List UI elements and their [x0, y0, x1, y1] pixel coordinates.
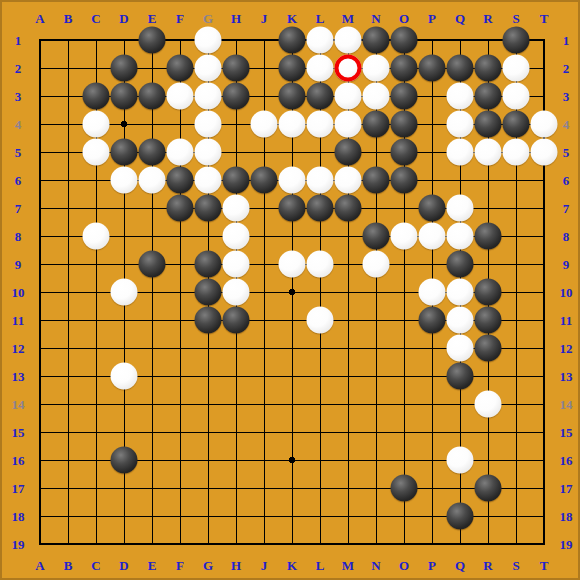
coord-label-right-2: 2	[563, 62, 570, 75]
white-stone-S3	[503, 83, 530, 110]
black-stone-P11	[419, 307, 446, 334]
coord-label-left-1: 1	[15, 34, 22, 47]
coord-label-right-6: 6	[563, 174, 570, 187]
coord-label-bottom-E: E	[148, 559, 157, 572]
white-stone-Q16	[447, 447, 474, 474]
coord-label-left-19: 19	[12, 538, 25, 551]
black-stone-N4	[363, 111, 390, 138]
coord-label-left-8: 8	[15, 230, 22, 243]
go-board: ABCDEFGHJKLMNOPQRSTABCDEFGHJKLMNOPQRST12…	[0, 0, 580, 580]
white-stone-L1	[307, 27, 334, 54]
white-stone-H10	[223, 279, 250, 306]
black-stone-R12	[475, 335, 502, 362]
coord-label-bottom-Q: Q	[455, 559, 465, 572]
coord-label-top-N: N	[371, 12, 380, 25]
black-stone-K2	[279, 55, 306, 82]
coord-label-top-H: H	[231, 12, 241, 25]
white-stone-P8	[419, 223, 446, 250]
white-stone-P10	[419, 279, 446, 306]
coord-label-right-8: 8	[563, 230, 570, 243]
white-stone-N9	[363, 251, 390, 278]
coord-label-left-17: 17	[12, 482, 25, 495]
white-stone-K6	[279, 167, 306, 194]
white-stone-E6	[139, 167, 166, 194]
coord-label-right-11: 11	[560, 314, 572, 327]
white-stone-D10	[111, 279, 138, 306]
white-stone-D6	[111, 167, 138, 194]
white-stone-M6	[335, 167, 362, 194]
white-stone-K9	[279, 251, 306, 278]
coord-label-left-9: 9	[15, 258, 22, 271]
coord-label-left-18: 18	[12, 510, 25, 523]
black-stone-F6	[167, 167, 194, 194]
black-stone-M7	[335, 195, 362, 222]
coord-label-bottom-R: R	[483, 559, 492, 572]
white-stone-L6	[307, 167, 334, 194]
black-stone-Q9	[447, 251, 474, 278]
coord-label-bottom-C: C	[91, 559, 100, 572]
black-stone-R11	[475, 307, 502, 334]
white-stone-O8	[391, 223, 418, 250]
coord-label-top-S: S	[512, 12, 519, 25]
coord-label-top-B: B	[64, 12, 73, 25]
coord-label-left-10: 10	[12, 286, 25, 299]
coord-label-top-C: C	[91, 12, 100, 25]
white-stone-C5	[83, 139, 110, 166]
coord-label-bottom-O: O	[399, 559, 409, 572]
coord-label-right-18: 18	[560, 510, 573, 523]
white-stone-D13	[111, 363, 138, 390]
coord-label-left-13: 13	[12, 370, 25, 383]
black-stone-H11	[223, 307, 250, 334]
white-stone-G3	[195, 83, 222, 110]
coord-label-bottom-P: P	[428, 559, 436, 572]
coord-label-right-13: 13	[560, 370, 573, 383]
black-stone-O5	[391, 139, 418, 166]
coord-label-bottom-K: K	[287, 559, 297, 572]
black-stone-D3	[111, 83, 138, 110]
coord-label-left-7: 7	[15, 202, 22, 215]
coord-label-right-14: 14	[560, 398, 573, 411]
black-stone-O17	[391, 475, 418, 502]
black-stone-N6	[363, 167, 390, 194]
coord-label-bottom-T: T	[540, 559, 549, 572]
black-stone-H6	[223, 167, 250, 194]
black-stone-E1	[139, 27, 166, 54]
coord-label-bottom-A: A	[35, 559, 44, 572]
coord-label-top-E: E	[148, 12, 157, 25]
black-stone-G7	[195, 195, 222, 222]
white-stone-L11	[307, 307, 334, 334]
white-stone-K4	[279, 111, 306, 138]
black-stone-R4	[475, 111, 502, 138]
coord-label-right-5: 5	[563, 146, 570, 159]
coord-label-right-3: 3	[563, 90, 570, 103]
coord-label-right-9: 9	[563, 258, 570, 271]
black-stone-Q18	[447, 503, 474, 530]
coord-label-top-G: G	[203, 12, 213, 25]
white-stone-C8	[83, 223, 110, 250]
white-stone-S2	[503, 55, 530, 82]
white-stone-F3	[167, 83, 194, 110]
coord-label-left-5: 5	[15, 146, 22, 159]
black-stone-N1	[363, 27, 390, 54]
white-stone-N2	[363, 55, 390, 82]
white-stone-L4	[307, 111, 334, 138]
black-stone-E9	[139, 251, 166, 278]
coord-label-top-M: M	[342, 12, 354, 25]
coord-label-left-4: 4	[15, 118, 22, 131]
black-stone-S4	[503, 111, 530, 138]
star-point-K16	[289, 457, 295, 463]
white-stone-T4	[531, 111, 558, 138]
black-stone-H3	[223, 83, 250, 110]
white-stone-M4	[335, 111, 362, 138]
white-stone-H8	[223, 223, 250, 250]
white-stone-Q4	[447, 111, 474, 138]
coord-label-left-12: 12	[12, 342, 25, 355]
black-stone-M5	[335, 139, 362, 166]
coord-label-top-F: F	[176, 12, 184, 25]
coord-label-right-17: 17	[560, 482, 573, 495]
black-stone-Q2	[447, 55, 474, 82]
coord-label-right-10: 10	[560, 286, 573, 299]
coord-label-left-2: 2	[15, 62, 22, 75]
coord-label-right-1: 1	[563, 34, 570, 47]
coord-label-bottom-N: N	[371, 559, 380, 572]
white-stone-Q12	[447, 335, 474, 362]
coord-label-bottom-L: L	[316, 559, 325, 572]
white-stone-F5	[167, 139, 194, 166]
star-point-D4	[121, 121, 127, 127]
last-move-marker	[335, 55, 362, 82]
coord-label-left-15: 15	[12, 426, 25, 439]
coord-label-left-14: 14	[12, 398, 25, 411]
coord-label-top-A: A	[35, 12, 44, 25]
white-stone-G1	[195, 27, 222, 54]
coord-label-right-19: 19	[560, 538, 573, 551]
black-stone-O1	[391, 27, 418, 54]
coord-label-bottom-J: J	[261, 559, 268, 572]
white-stone-M3	[335, 83, 362, 110]
black-stone-R10	[475, 279, 502, 306]
white-stone-S5	[503, 139, 530, 166]
white-stone-L2	[307, 55, 334, 82]
black-stone-S1	[503, 27, 530, 54]
coord-label-right-15: 15	[560, 426, 573, 439]
coord-label-right-4: 4	[563, 118, 570, 131]
coord-label-top-P: P	[428, 12, 436, 25]
white-stone-M1	[335, 27, 362, 54]
black-stone-K1	[279, 27, 306, 54]
coord-label-left-11: 11	[12, 314, 24, 327]
coord-label-top-L: L	[316, 12, 325, 25]
black-stone-O6	[391, 167, 418, 194]
black-stone-R8	[475, 223, 502, 250]
coord-label-bottom-F: F	[176, 559, 184, 572]
coord-label-right-7: 7	[563, 202, 570, 215]
black-stone-L3	[307, 83, 334, 110]
white-stone-L9	[307, 251, 334, 278]
black-stone-D2	[111, 55, 138, 82]
white-stone-Q10	[447, 279, 474, 306]
black-stone-O4	[391, 111, 418, 138]
white-stone-G6	[195, 167, 222, 194]
black-stone-D5	[111, 139, 138, 166]
coord-label-bottom-S: S	[512, 559, 519, 572]
white-stone-C4	[83, 111, 110, 138]
white-stone-H9	[223, 251, 250, 278]
black-stone-J6	[251, 167, 278, 194]
black-stone-O2	[391, 55, 418, 82]
coord-label-left-16: 16	[12, 454, 25, 467]
coord-label-right-16: 16	[560, 454, 573, 467]
black-stone-G9	[195, 251, 222, 278]
white-stone-T5	[531, 139, 558, 166]
white-stone-G2	[195, 55, 222, 82]
white-stone-Q3	[447, 83, 474, 110]
black-stone-K7	[279, 195, 306, 222]
coord-label-top-T: T	[540, 12, 549, 25]
black-stone-R17	[475, 475, 502, 502]
white-stone-Q7	[447, 195, 474, 222]
black-stone-G10	[195, 279, 222, 306]
black-stone-D16	[111, 447, 138, 474]
black-stone-O3	[391, 83, 418, 110]
coord-label-left-6: 6	[15, 174, 22, 187]
black-stone-H2	[223, 55, 250, 82]
black-stone-E5	[139, 139, 166, 166]
black-stone-L7	[307, 195, 334, 222]
white-stone-R5	[475, 139, 502, 166]
black-stone-E3	[139, 83, 166, 110]
coord-label-top-O: O	[399, 12, 409, 25]
white-stone-N3	[363, 83, 390, 110]
black-stone-P7	[419, 195, 446, 222]
black-stone-C3	[83, 83, 110, 110]
black-stone-P2	[419, 55, 446, 82]
white-stone-G5	[195, 139, 222, 166]
white-stone-Q8	[447, 223, 474, 250]
black-stone-G11	[195, 307, 222, 334]
coord-label-top-K: K	[287, 12, 297, 25]
coord-label-left-3: 3	[15, 90, 22, 103]
coord-label-top-Q: Q	[455, 12, 465, 25]
star-point-K10	[289, 289, 295, 295]
black-stone-F7	[167, 195, 194, 222]
black-stone-R2	[475, 55, 502, 82]
white-stone-R14	[475, 391, 502, 418]
coord-label-top-J: J	[261, 12, 268, 25]
black-stone-Q13	[447, 363, 474, 390]
white-stone-G4	[195, 111, 222, 138]
coord-label-bottom-G: G	[203, 559, 213, 572]
coord-label-bottom-H: H	[231, 559, 241, 572]
coord-label-top-R: R	[483, 12, 492, 25]
black-stone-N8	[363, 223, 390, 250]
coord-label-bottom-M: M	[342, 559, 354, 572]
black-stone-R3	[475, 83, 502, 110]
coord-label-bottom-B: B	[64, 559, 73, 572]
white-stone-Q11	[447, 307, 474, 334]
coord-label-bottom-D: D	[119, 559, 128, 572]
white-stone-J4	[251, 111, 278, 138]
coord-label-top-D: D	[119, 12, 128, 25]
white-stone-Q5	[447, 139, 474, 166]
coord-label-right-12: 12	[560, 342, 573, 355]
white-stone-H7	[223, 195, 250, 222]
black-stone-K3	[279, 83, 306, 110]
black-stone-F2	[167, 55, 194, 82]
